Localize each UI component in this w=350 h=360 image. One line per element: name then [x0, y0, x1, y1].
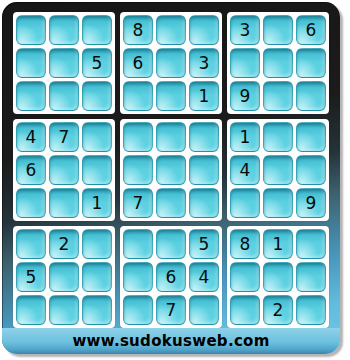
cell-r2c9[interactable]	[296, 48, 326, 78]
cell-r3c9[interactable]	[296, 81, 326, 111]
cell-r7c6: 5	[189, 229, 219, 259]
cell-r1c6[interactable]	[189, 15, 219, 45]
board-frame: 5 8631 369 4761 7 149 25 5647 812 www.su…	[2, 2, 340, 354]
cell-r6c3: 1	[82, 188, 112, 218]
cell-r9c5: 7	[156, 295, 186, 325]
cell-r1c5[interactable]	[156, 15, 186, 45]
cell-r1c3[interactable]	[82, 15, 112, 45]
footer-link[interactable]: www.sudokusweb.com	[72, 332, 269, 350]
cell-r9c8: 2	[263, 295, 293, 325]
cell-r3c7: 9	[230, 81, 260, 111]
cell-r6c5[interactable]	[156, 188, 186, 218]
cell-r1c2[interactable]	[49, 15, 79, 45]
cell-r8c3[interactable]	[82, 262, 112, 292]
cell-r7c7: 8	[230, 229, 260, 259]
cell-r6c8[interactable]	[263, 188, 293, 218]
cell-r9c7[interactable]	[230, 295, 260, 325]
cell-r1c9: 6	[296, 15, 326, 45]
cell-r9c4[interactable]	[123, 295, 153, 325]
cell-r3c8[interactable]	[263, 81, 293, 111]
cell-r9c6[interactable]	[189, 295, 219, 325]
cell-r9c3[interactable]	[82, 295, 112, 325]
cell-r8c9[interactable]	[296, 262, 326, 292]
cell-r6c7[interactable]	[230, 188, 260, 218]
cell-r2c5[interactable]	[156, 48, 186, 78]
cell-r4c6[interactable]	[189, 122, 219, 152]
cell-r5c4[interactable]	[123, 155, 153, 185]
cell-r4c5[interactable]	[156, 122, 186, 152]
cell-r3c4[interactable]	[123, 81, 153, 111]
cell-r2c7[interactable]	[230, 48, 260, 78]
cell-r7c3[interactable]	[82, 229, 112, 259]
cell-r9c2[interactable]	[49, 295, 79, 325]
cell-r8c5: 6	[156, 262, 186, 292]
footer-band: www.sudokusweb.com	[2, 328, 340, 354]
cell-r2c3: 5	[82, 48, 112, 78]
cell-r2c4: 6	[123, 48, 153, 78]
cell-r1c1[interactable]	[16, 15, 46, 45]
cell-r4c9[interactable]	[296, 122, 326, 152]
cell-r4c2: 7	[49, 122, 79, 152]
cell-r5c7: 4	[230, 155, 260, 185]
block-4: 7	[120, 119, 222, 221]
cell-r8c6: 4	[189, 262, 219, 292]
cell-r5c1: 6	[16, 155, 46, 185]
cell-r5c9[interactable]	[296, 155, 326, 185]
cell-r6c4: 7	[123, 188, 153, 218]
cell-r6c1[interactable]	[16, 188, 46, 218]
cell-r8c2[interactable]	[49, 262, 79, 292]
cell-r2c2[interactable]	[49, 48, 79, 78]
block-0: 5	[13, 12, 115, 114]
cell-r5c2[interactable]	[49, 155, 79, 185]
cell-r5c3[interactable]	[82, 155, 112, 185]
cell-r1c8[interactable]	[263, 15, 293, 45]
cell-r1c7: 3	[230, 15, 260, 45]
cell-r5c6[interactable]	[189, 155, 219, 185]
cell-r8c4[interactable]	[123, 262, 153, 292]
block-8: 812	[227, 226, 329, 328]
cell-r3c1[interactable]	[16, 81, 46, 111]
cell-r8c1: 5	[16, 262, 46, 292]
cell-r2c8[interactable]	[263, 48, 293, 78]
cell-r9c9[interactable]	[296, 295, 326, 325]
cell-r8c7[interactable]	[230, 262, 260, 292]
cell-r7c4[interactable]	[123, 229, 153, 259]
cell-r7c5[interactable]	[156, 229, 186, 259]
cell-r6c2[interactable]	[49, 188, 79, 218]
block-7: 5647	[120, 226, 222, 328]
block-3: 4761	[13, 119, 115, 221]
cell-r3c3[interactable]	[82, 81, 112, 111]
cell-r4c1: 4	[16, 122, 46, 152]
cell-r6c9: 9	[296, 188, 326, 218]
block-2: 369	[227, 12, 329, 114]
cell-r3c6: 1	[189, 81, 219, 111]
cell-r8c8[interactable]	[263, 262, 293, 292]
cell-r5c5[interactable]	[156, 155, 186, 185]
cell-r7c9[interactable]	[296, 229, 326, 259]
sudoku-board: 5 8631 369 4761 7 149 25 5647 812	[13, 12, 329, 328]
cell-r7c8: 1	[263, 229, 293, 259]
cell-r4c7: 1	[230, 122, 260, 152]
cell-r2c1[interactable]	[16, 48, 46, 78]
cell-r1c4: 8	[123, 15, 153, 45]
cell-r4c3[interactable]	[82, 122, 112, 152]
cell-r4c4[interactable]	[123, 122, 153, 152]
cell-r3c2[interactable]	[49, 81, 79, 111]
cell-r2c6: 3	[189, 48, 219, 78]
cell-r4c8[interactable]	[263, 122, 293, 152]
cell-r3c5[interactable]	[156, 81, 186, 111]
block-1: 8631	[120, 12, 222, 114]
block-6: 25	[13, 226, 115, 328]
cell-r7c1[interactable]	[16, 229, 46, 259]
cell-r6c6[interactable]	[189, 188, 219, 218]
cell-r9c1[interactable]	[16, 295, 46, 325]
cell-r5c8[interactable]	[263, 155, 293, 185]
cell-r7c2: 2	[49, 229, 79, 259]
block-5: 149	[227, 119, 329, 221]
